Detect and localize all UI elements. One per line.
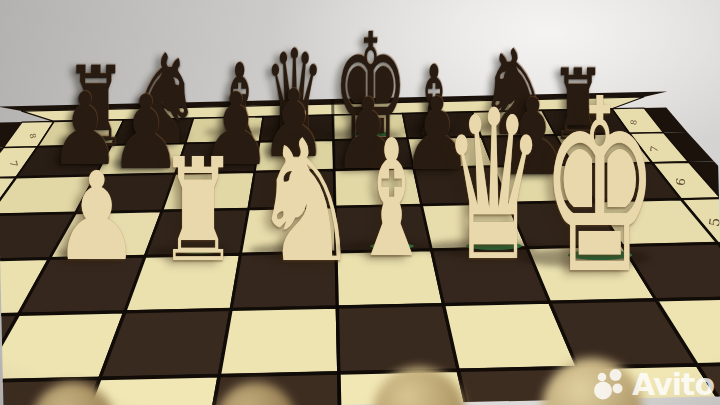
- pieces-layer: ♜♞♝♛♚♝♞♜♟♟♟♟♟♟♟♟♜♞♝♛♚: [0, 0, 720, 405]
- white-pawn-blurred-d2: [216, 382, 296, 405]
- avito-watermark: Avito: [591, 368, 714, 401]
- white-pawn-blurred-e2: [373, 367, 465, 405]
- white-pawn-blurred-c2: [31, 382, 115, 405]
- avito-logo-icon: [591, 368, 628, 401]
- watermark-text: Avito: [632, 370, 714, 400]
- chess-set-photo: abcdefgh8877665544332211 ♜♞♝♛♚♝♞♜♟♟♟♟♟♟♟…: [0, 0, 720, 405]
